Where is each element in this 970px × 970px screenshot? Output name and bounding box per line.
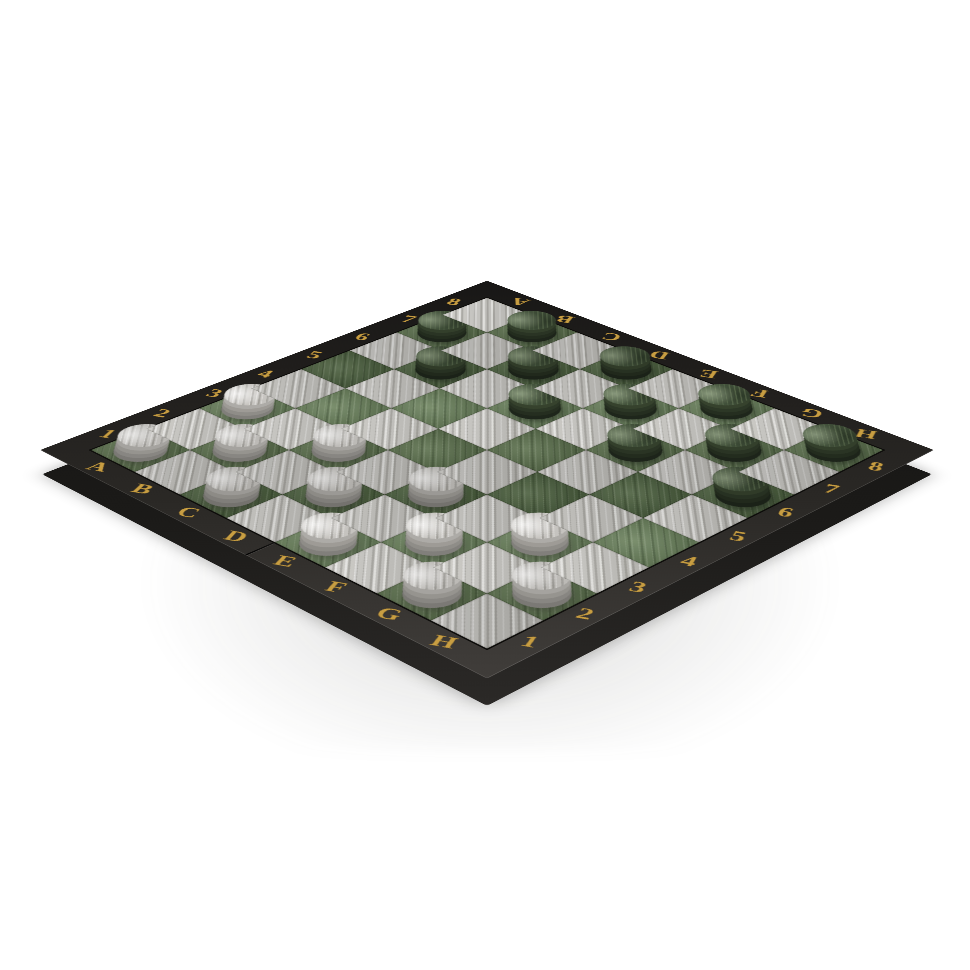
checker-white-f2[interactable] <box>394 507 475 544</box>
square-f2[interactable] <box>381 518 487 567</box>
labels-left: ABCDEFGH <box>62 450 487 663</box>
checker-white-d2[interactable] <box>296 462 374 497</box>
square-g4[interactable] <box>539 495 643 543</box>
square-c2[interactable] <box>235 450 336 495</box>
checker-white-h2[interactable] <box>499 556 583 596</box>
square-f1[interactable] <box>325 542 433 593</box>
square-g6[interactable] <box>638 450 739 495</box>
square-h2[interactable] <box>487 567 597 620</box>
square-e1[interactable] <box>275 518 381 567</box>
square-h3[interactable] <box>541 542 649 593</box>
checker-white-g1[interactable] <box>391 556 475 596</box>
square-g1[interactable] <box>377 567 487 620</box>
checker-white-e3[interactable] <box>397 462 475 497</box>
square-f5[interactable] <box>537 450 638 495</box>
square-e4[interactable] <box>437 450 538 495</box>
square-h5[interactable] <box>643 495 747 543</box>
square-c1[interactable] <box>180 472 282 518</box>
square-d2[interactable] <box>282 472 384 518</box>
square-g5[interactable] <box>589 472 691 518</box>
square-g2[interactable] <box>433 542 541 593</box>
square-d1[interactable] <box>227 495 331 543</box>
checker-white-g3[interactable] <box>499 507 580 544</box>
coord-left-label-a: A <box>65 449 131 484</box>
labels-bottom: 12345678 <box>487 450 912 663</box>
square-d3[interactable] <box>336 450 437 495</box>
checker-white-e1[interactable] <box>290 507 371 544</box>
checker-white-c1[interactable] <box>195 462 273 497</box>
square-h6[interactable] <box>692 472 794 518</box>
square-e2[interactable] <box>331 495 435 543</box>
photo-scene: 12345678 ABCDEFGH ABCDEFGH 12345678 <box>0 0 970 970</box>
square-e3[interactable] <box>385 472 487 518</box>
square-b1[interactable] <box>135 450 236 495</box>
fold-seam <box>245 542 276 556</box>
square-f4[interactable] <box>487 472 589 518</box>
game-board: 12345678 ABCDEFGH ABCDEFGH 12345678 <box>40 281 934 679</box>
square-h1[interactable] <box>431 593 543 648</box>
playing-area <box>91 298 883 649</box>
checker-dark-h6[interactable] <box>701 462 779 497</box>
square-h7[interactable] <box>739 450 840 495</box>
square-g3[interactable] <box>487 518 593 567</box>
coord-bottom-label-8: 8 <box>837 454 915 480</box>
board-frame: 12345678 ABCDEFGH ABCDEFGH 12345678 <box>40 281 934 679</box>
square-f3[interactable] <box>435 495 539 543</box>
square-h4[interactable] <box>593 518 699 567</box>
